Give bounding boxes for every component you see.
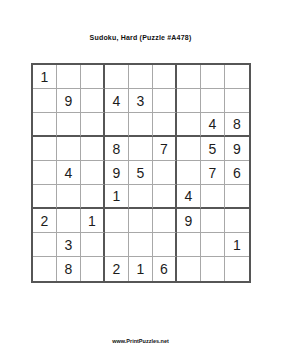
- footer-url: www.PrintPuzzles.net: [0, 338, 281, 344]
- sudoku-cell-r4c9[interactable]: 9: [225, 137, 249, 161]
- sudoku-cell-r1c6[interactable]: [153, 65, 177, 89]
- sudoku-cell-r4c2[interactable]: [57, 137, 81, 161]
- sudoku-cell-r3c4[interactable]: [105, 113, 129, 137]
- sudoku-cell-r8c6[interactable]: [153, 233, 177, 257]
- sudoku-cell-r6c3[interactable]: [81, 185, 105, 209]
- sudoku-cell-r6c8[interactable]: [201, 185, 225, 209]
- sudoku-cell-r6c7[interactable]: 4: [177, 185, 201, 209]
- sudoku-cell-r8c5[interactable]: [129, 233, 153, 257]
- sudoku-cell-r4c3[interactable]: [81, 137, 105, 161]
- sudoku-cell-r4c6[interactable]: 7: [153, 137, 177, 161]
- sudoku-cell-r5c1[interactable]: [33, 161, 57, 185]
- sudoku-cell-r9c9[interactable]: [225, 257, 249, 281]
- sudoku-cell-r2c3[interactable]: [81, 89, 105, 113]
- sudoku-cell-r4c8[interactable]: 5: [201, 137, 225, 161]
- sudoku-cell-r2c9[interactable]: [225, 89, 249, 113]
- sudoku-cell-r4c7[interactable]: [177, 137, 201, 161]
- sudoku-cell-r5c9[interactable]: 6: [225, 161, 249, 185]
- sudoku-cell-r1c3[interactable]: [81, 65, 105, 89]
- sudoku-cell-r3c7[interactable]: [177, 113, 201, 137]
- sudoku-cell-r1c1[interactable]: 1: [33, 65, 57, 89]
- sudoku-cell-r5c7[interactable]: [177, 161, 201, 185]
- sudoku-cell-r7c6[interactable]: [153, 209, 177, 233]
- sudoku-cell-r2c2[interactable]: 9: [57, 89, 81, 113]
- sudoku-cell-r9c3[interactable]: [81, 257, 105, 281]
- sudoku-cell-r8c7[interactable]: [177, 233, 201, 257]
- sudoku-cell-r4c1[interactable]: [33, 137, 57, 161]
- sudoku-cell-r1c9[interactable]: [225, 65, 249, 89]
- sudoku-cell-r9c2[interactable]: 8: [57, 257, 81, 281]
- sudoku-cell-r3c9[interactable]: 8: [225, 113, 249, 137]
- sudoku-cell-r8c3[interactable]: [81, 233, 105, 257]
- sudoku-cell-r8c4[interactable]: [105, 233, 129, 257]
- sudoku-cell-r5c6[interactable]: [153, 161, 177, 185]
- sudoku-cell-r9c7[interactable]: [177, 257, 201, 281]
- sudoku-cell-r9c1[interactable]: [33, 257, 57, 281]
- sudoku-cell-r3c8[interactable]: 4: [201, 113, 225, 137]
- sudoku-cell-r2c6[interactable]: [153, 89, 177, 113]
- sudoku-cell-r8c8[interactable]: [201, 233, 225, 257]
- sudoku-cell-r8c9[interactable]: 1: [225, 233, 249, 257]
- sudoku-cell-r4c4[interactable]: 8: [105, 137, 129, 161]
- puzzle-page: Sudoku, Hard (Puzzle #A478) 194348875949…: [0, 0, 281, 363]
- sudoku-cell-r3c3[interactable]: [81, 113, 105, 137]
- sudoku-cell-r2c1[interactable]: [33, 89, 57, 113]
- sudoku-cell-r6c9[interactable]: [225, 185, 249, 209]
- sudoku-cell-r5c4[interactable]: 9: [105, 161, 129, 185]
- sudoku-cell-r7c2[interactable]: [57, 209, 81, 233]
- sudoku-cell-r1c5[interactable]: [129, 65, 153, 89]
- sudoku-cell-r1c2[interactable]: [57, 65, 81, 89]
- sudoku-cell-r2c8[interactable]: [201, 89, 225, 113]
- sudoku-cell-r9c8[interactable]: [201, 257, 225, 281]
- sudoku-cell-r3c6[interactable]: [153, 113, 177, 137]
- sudoku-cell-r7c9[interactable]: [225, 209, 249, 233]
- sudoku-cell-r6c6[interactable]: [153, 185, 177, 209]
- sudoku-cell-r7c7[interactable]: 9: [177, 209, 201, 233]
- sudoku-cell-r7c3[interactable]: 1: [81, 209, 105, 233]
- sudoku-cell-r2c4[interactable]: 4: [105, 89, 129, 113]
- sudoku-cell-r2c5[interactable]: 3: [129, 89, 153, 113]
- sudoku-cell-r6c5[interactable]: [129, 185, 153, 209]
- sudoku-cell-r1c4[interactable]: [105, 65, 129, 89]
- sudoku-cell-r5c2[interactable]: 4: [57, 161, 81, 185]
- sudoku-cell-r3c2[interactable]: [57, 113, 81, 137]
- sudoku-cell-r3c5[interactable]: [129, 113, 153, 137]
- sudoku-cell-r8c1[interactable]: [33, 233, 57, 257]
- puzzle-title: Sudoku, Hard (Puzzle #A478): [0, 34, 281, 41]
- sudoku-cell-r6c4[interactable]: 1: [105, 185, 129, 209]
- sudoku-cell-r9c5[interactable]: 1: [129, 257, 153, 281]
- sudoku-cell-r4c5[interactable]: [129, 137, 153, 161]
- sudoku-cell-r8c2[interactable]: 3: [57, 233, 81, 257]
- sudoku-cell-r7c1[interactable]: 2: [33, 209, 57, 233]
- sudoku-cell-r1c7[interactable]: [177, 65, 201, 89]
- sudoku-cell-r3c1[interactable]: [33, 113, 57, 137]
- sudoku-cell-r6c1[interactable]: [33, 185, 57, 209]
- sudoku-cell-r9c6[interactable]: 6: [153, 257, 177, 281]
- sudoku-cell-r5c8[interactable]: 7: [201, 161, 225, 185]
- sudoku-cell-r7c4[interactable]: [105, 209, 129, 233]
- sudoku-cell-r1c8[interactable]: [201, 65, 225, 89]
- sudoku-cell-r7c8[interactable]: [201, 209, 225, 233]
- sudoku-cell-r7c5[interactable]: [129, 209, 153, 233]
- sudoku-cell-r5c5[interactable]: 5: [129, 161, 153, 185]
- sudoku-cell-r5c3[interactable]: [81, 161, 105, 185]
- sudoku-cell-r2c7[interactable]: [177, 89, 201, 113]
- sudoku-board: 19434887594957614219318216: [31, 63, 251, 283]
- sudoku-cell-r6c2[interactable]: [57, 185, 81, 209]
- sudoku-cell-r9c4[interactable]: 2: [105, 257, 129, 281]
